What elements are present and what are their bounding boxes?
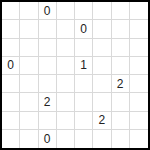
clue-cell-r1c3: 0	[39, 2, 57, 20]
empty-cell-r1c6[interactable]	[93, 2, 111, 20]
clue-cell-r6c3: 2	[39, 93, 57, 111]
empty-cell-r7c2[interactable]	[20, 112, 38, 130]
clue-cell-r5c7: 2	[112, 75, 130, 93]
clue-cell-r4c1: 0	[2, 57, 20, 75]
empty-cell-r2c3[interactable]	[39, 20, 57, 38]
empty-cell-r1c5[interactable]	[75, 2, 93, 20]
empty-cell-r8c5[interactable]	[75, 130, 93, 148]
empty-cell-r7c4[interactable]	[57, 112, 75, 130]
empty-cell-r3c8[interactable]	[130, 39, 148, 57]
empty-cell-r7c5[interactable]	[75, 112, 93, 130]
empty-cell-r1c4[interactable]	[57, 2, 75, 20]
empty-cell-r3c4[interactable]	[57, 39, 75, 57]
empty-cell-r1c2[interactable]	[20, 2, 38, 20]
empty-cell-r5c1[interactable]	[2, 75, 20, 93]
empty-cell-r3c3[interactable]	[39, 39, 57, 57]
empty-cell-r3c5[interactable]	[75, 39, 93, 57]
clue-cell-r4c5: 1	[75, 57, 93, 75]
empty-cell-r3c1[interactable]	[2, 39, 20, 57]
empty-cell-r6c8[interactable]	[130, 93, 148, 111]
empty-cell-r1c8[interactable]	[130, 2, 148, 20]
empty-cell-r7c3[interactable]	[39, 112, 57, 130]
empty-cell-r7c8[interactable]	[130, 112, 148, 130]
empty-cell-r6c4[interactable]	[57, 93, 75, 111]
empty-cell-r5c5[interactable]	[75, 75, 93, 93]
empty-cell-r7c1[interactable]	[2, 112, 20, 130]
empty-cell-r5c8[interactable]	[130, 75, 148, 93]
empty-cell-r2c4[interactable]	[57, 20, 75, 38]
empty-cell-r6c6[interactable]	[93, 93, 111, 111]
empty-cell-r4c3[interactable]	[39, 57, 57, 75]
empty-cell-r4c8[interactable]	[130, 57, 148, 75]
empty-cell-r6c5[interactable]	[75, 93, 93, 111]
empty-cell-r8c8[interactable]	[130, 130, 148, 148]
empty-cell-r1c7[interactable]	[112, 2, 130, 20]
empty-cell-r2c7[interactable]	[112, 20, 130, 38]
empty-cell-r4c4[interactable]	[57, 57, 75, 75]
empty-cell-r6c1[interactable]	[2, 93, 20, 111]
empty-cell-r1c1[interactable]	[2, 2, 20, 20]
empty-cell-r6c7[interactable]	[112, 93, 130, 111]
empty-cell-r2c8[interactable]	[130, 20, 148, 38]
empty-cell-r2c1[interactable]	[2, 20, 20, 38]
empty-cell-r5c2[interactable]	[20, 75, 38, 93]
empty-cell-r2c2[interactable]	[20, 20, 38, 38]
empty-cell-r5c3[interactable]	[39, 75, 57, 93]
empty-cell-r6c2[interactable]	[20, 93, 38, 111]
empty-cell-r3c6[interactable]	[93, 39, 111, 57]
empty-cell-r8c6[interactable]	[93, 130, 111, 148]
empty-cell-r8c2[interactable]	[20, 130, 38, 148]
empty-cell-r3c2[interactable]	[20, 39, 38, 57]
empty-cell-r4c6[interactable]	[93, 57, 111, 75]
empty-cell-r2c6[interactable]	[93, 20, 111, 38]
empty-cell-r5c4[interactable]	[57, 75, 75, 93]
empty-cell-r4c7[interactable]	[112, 57, 130, 75]
empty-cell-r8c4[interactable]	[57, 130, 75, 148]
empty-cell-r5c6[interactable]	[93, 75, 111, 93]
empty-cell-r7c7[interactable]	[112, 112, 130, 130]
clue-cell-r7c6: 2	[93, 112, 111, 130]
empty-cell-r8c1[interactable]	[2, 130, 20, 148]
empty-cell-r3c7[interactable]	[112, 39, 130, 57]
clue-cell-r8c3: 0	[39, 130, 57, 148]
puzzle-board: 00012220	[0, 0, 150, 150]
empty-cell-r4c2[interactable]	[20, 57, 38, 75]
clue-cell-r2c5: 0	[75, 20, 93, 38]
empty-cell-r8c7[interactable]	[112, 130, 130, 148]
